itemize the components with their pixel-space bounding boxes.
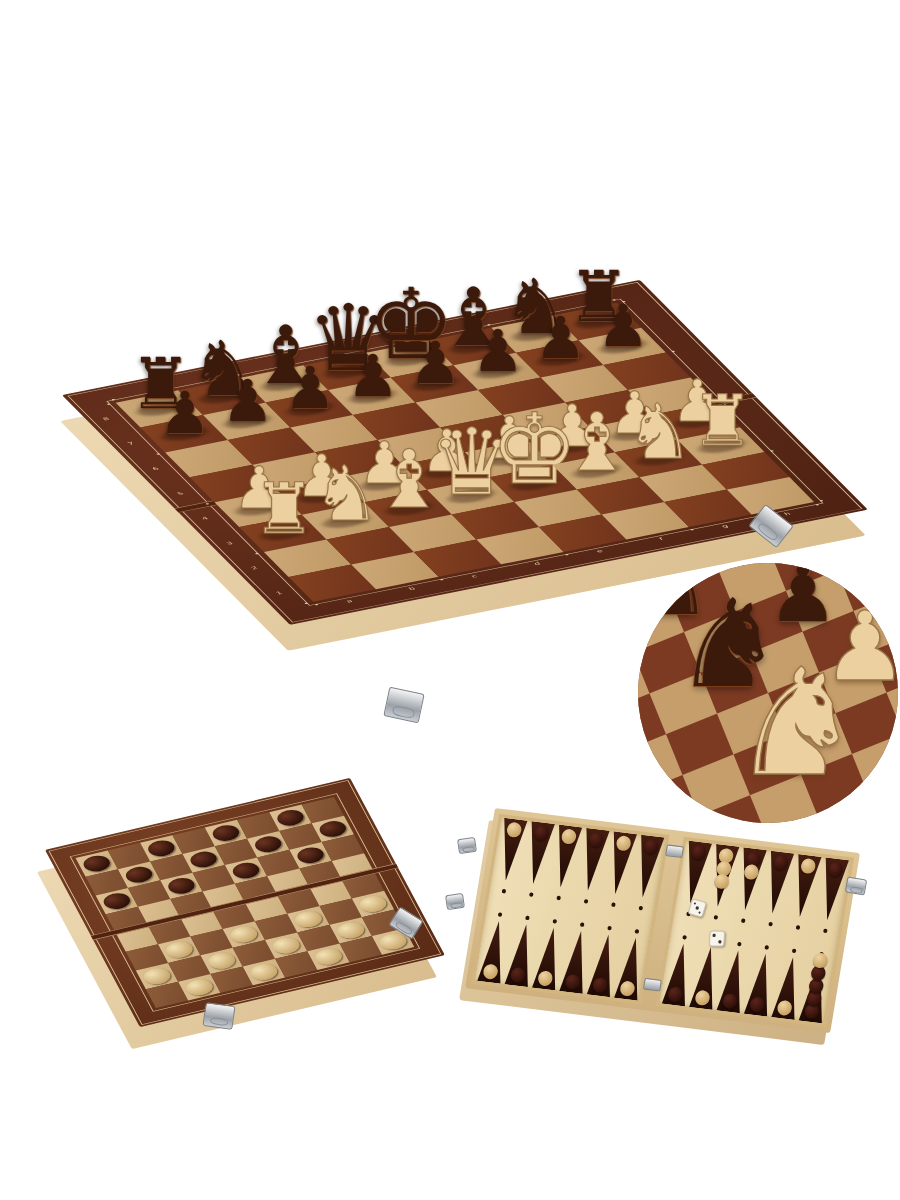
clasp-icon[interactable] bbox=[202, 1002, 235, 1030]
rank-label-7: 7 bbox=[126, 441, 135, 446]
product-photo-3in1-game-set: { "game": "3-in-1 folding wooden board g… bbox=[0, 0, 900, 1200]
white-rook[interactable]: ♜ bbox=[690, 386, 753, 456]
point-dot bbox=[682, 935, 687, 940]
point-dot bbox=[635, 929, 640, 934]
point-dot bbox=[556, 896, 561, 901]
point-dot bbox=[638, 906, 643, 911]
white-rook[interactable]: ♜ bbox=[252, 474, 315, 544]
file-label-a: a bbox=[345, 599, 354, 604]
point-dot bbox=[552, 919, 557, 924]
point-dot bbox=[580, 922, 585, 927]
black-pawn[interactable]: ♟ bbox=[409, 334, 461, 392]
rank-label-3: 3 bbox=[225, 541, 234, 546]
frame-dot bbox=[255, 553, 259, 555]
point-dot bbox=[792, 948, 797, 953]
clasp-icon[interactable] bbox=[845, 876, 867, 895]
backgammon-checker-light[interactable] bbox=[743, 864, 760, 881]
clasp-icon[interactable] bbox=[445, 893, 465, 910]
file-label-c: c bbox=[470, 574, 479, 579]
clasp-icon[interactable] bbox=[457, 837, 477, 854]
frame-dot bbox=[819, 500, 823, 502]
point-dot bbox=[737, 942, 742, 947]
checker-light[interactable] bbox=[183, 977, 216, 998]
point-dot bbox=[525, 916, 530, 921]
point-dot bbox=[611, 902, 616, 907]
rank-label-1: 1 bbox=[274, 591, 283, 596]
inset-circle: ♞♟♞♞♟ bbox=[638, 563, 898, 823]
die-pip bbox=[718, 940, 721, 943]
inset-white-pawn: ♟ bbox=[822, 599, 898, 695]
rank-label-5: 5 bbox=[176, 491, 185, 496]
file-label-e: e bbox=[595, 549, 604, 554]
rank-label-6: 6 bbox=[151, 466, 160, 471]
black-pawn[interactable]: ♟ bbox=[346, 347, 398, 405]
point-dot bbox=[607, 926, 612, 931]
die-pip bbox=[713, 934, 716, 937]
rank-label-8: 8 bbox=[102, 416, 111, 421]
file-label-f: f bbox=[658, 537, 665, 541]
point-dot bbox=[529, 892, 534, 897]
rank-label-4: 4 bbox=[200, 516, 209, 521]
frame-dot bbox=[156, 453, 160, 455]
clasp-icon[interactable] bbox=[383, 687, 424, 724]
die-pip bbox=[698, 911, 701, 914]
frame-dot bbox=[671, 350, 675, 352]
die-icon[interactable] bbox=[709, 930, 725, 946]
point-dot bbox=[741, 918, 746, 923]
die-pip bbox=[696, 906, 699, 909]
black-pawn[interactable]: ♟ bbox=[597, 297, 649, 355]
backgammon-checker-light[interactable] bbox=[714, 873, 731, 890]
file-label-g: g bbox=[720, 524, 729, 529]
point-dot bbox=[498, 912, 503, 917]
point-dot bbox=[764, 945, 769, 950]
hinge-icon bbox=[643, 978, 662, 992]
white-knight[interactable]: ♞ bbox=[625, 394, 693, 470]
point-dot bbox=[584, 899, 589, 904]
frame-dot bbox=[565, 554, 569, 556]
checker-light[interactable] bbox=[247, 962, 280, 983]
frame-dot bbox=[315, 604, 319, 606]
frame-dot bbox=[770, 450, 774, 452]
frame-dot bbox=[440, 579, 444, 581]
white-bishop[interactable]: ♝ bbox=[560, 403, 632, 483]
point-dot bbox=[502, 889, 507, 894]
frame-dot bbox=[690, 529, 694, 531]
black-pawn[interactable]: ♟ bbox=[284, 359, 336, 417]
frame-dot bbox=[815, 504, 819, 506]
frame-dot bbox=[111, 399, 115, 401]
backgammon-right-half bbox=[656, 837, 855, 1027]
black-pawn[interactable]: ♟ bbox=[534, 309, 586, 367]
backgammon-left-half bbox=[471, 814, 670, 1004]
checker-light[interactable] bbox=[312, 946, 345, 967]
rank-label-2: 2 bbox=[250, 566, 259, 571]
black-pawn[interactable]: ♟ bbox=[221, 372, 273, 430]
frame-dot bbox=[304, 603, 308, 605]
hinge-icon bbox=[665, 844, 684, 858]
backgammon-checker-light[interactable] bbox=[812, 952, 829, 969]
die-pip bbox=[693, 902, 696, 905]
file-label-d: d bbox=[532, 561, 541, 566]
white-knight[interactable]: ♞ bbox=[312, 456, 380, 532]
point-dot bbox=[823, 928, 828, 933]
point-dot bbox=[768, 922, 773, 927]
point-dot bbox=[796, 925, 801, 930]
black-pawn[interactable]: ♟ bbox=[159, 384, 211, 442]
black-pawn[interactable]: ♟ bbox=[472, 322, 524, 380]
point-dot bbox=[713, 915, 718, 920]
file-label-b: b bbox=[407, 586, 416, 591]
file-label-h: h bbox=[783, 511, 792, 516]
frame-dot bbox=[107, 403, 111, 405]
